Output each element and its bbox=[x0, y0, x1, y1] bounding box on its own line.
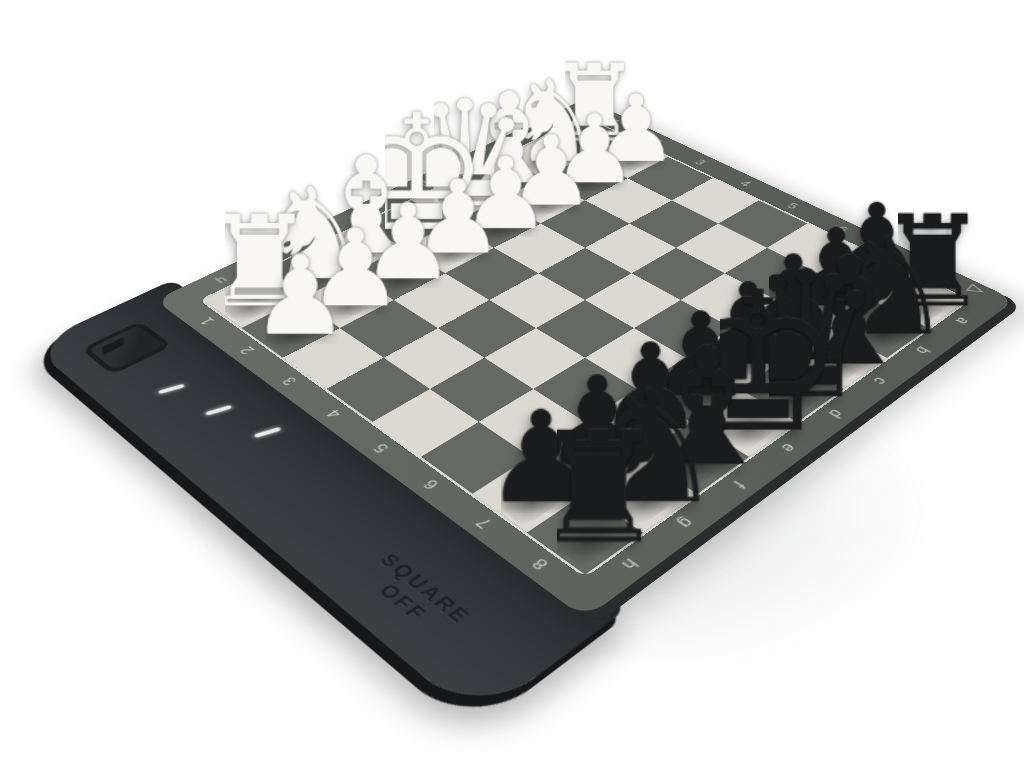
piece-shadow bbox=[428, 190, 487, 220]
piece-shadow bbox=[275, 261, 339, 296]
piece-shadow bbox=[259, 314, 326, 353]
rank-label-h-side-4: 4 bbox=[316, 402, 353, 425]
file-label-near-d: d bbox=[817, 402, 854, 425]
file-label-near-f: f bbox=[719, 471, 758, 497]
photo-background: SQUARE OFF ♜♞♝♚♛♝♞♜♟♟♟♟♟♟♟♟♟♟♟♟♟♟♟♟♜♞♝♚♛… bbox=[0, 0, 1024, 766]
file-label-near-h: h bbox=[609, 549, 650, 578]
square-off-wordmark: SQUARE OFF bbox=[354, 534, 500, 647]
logo-notch bbox=[102, 337, 124, 355]
piece-shadow bbox=[316, 287, 381, 324]
rank-label-h-side-8: 8 bbox=[520, 549, 561, 578]
piece-shadow bbox=[550, 514, 627, 568]
file-label-far-h: h bbox=[205, 271, 237, 289]
square-off-logo-icon bbox=[81, 321, 173, 375]
status-led bbox=[158, 384, 185, 394]
rank-label-h-side-3: 3 bbox=[272, 370, 308, 392]
square-d5 bbox=[585, 273, 681, 328]
piece-shadow bbox=[420, 236, 481, 269]
chessboard-scene: SQUARE OFF ♜♞♝♚♛♝♞♜♟♟♟♟♟♟♟♟♟♟♟♟♟♟♟♟♜♞♝♚♛… bbox=[0, 0, 1024, 766]
rank-label-a-side-5: 5 bbox=[777, 198, 807, 214]
status-leds bbox=[31, 280, 173, 346]
piece-shadow bbox=[662, 440, 734, 488]
triangle-outline-icon: ◁ bbox=[964, 282, 987, 298]
piece-shadow bbox=[329, 236, 391, 269]
file-label-near-b: b bbox=[905, 340, 940, 361]
file-label-near-e: e bbox=[770, 436, 808, 460]
rank-label-h-side-6: 6 bbox=[412, 471, 451, 497]
file-label-near-a: a bbox=[946, 311, 980, 331]
file-label-near-g: g bbox=[666, 509, 706, 537]
square-c8: ♝ bbox=[786, 328, 887, 389]
status-led bbox=[205, 405, 232, 416]
status-led bbox=[254, 427, 281, 438]
file-label-near-c: c bbox=[862, 370, 898, 392]
file-label-far-g: g bbox=[260, 245, 292, 262]
square-h2: ♟ bbox=[242, 300, 340, 358]
square-off-board: SQUARE OFF ♜♞♝♚♛♝♞♜♟♟♟♟♟♟♟♟♟♟♟♟♟♟♟♟♜♞♝♚♛… bbox=[43, 99, 1016, 708]
piece-shadow bbox=[714, 406, 784, 451]
square-e5 bbox=[536, 300, 634, 358]
